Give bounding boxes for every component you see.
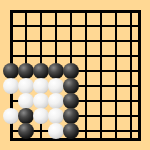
grid-line-vertical: [100, 11, 102, 139]
black-stone: [63, 63, 79, 79]
black-stone: [63, 93, 79, 109]
black-stone: [3, 63, 19, 79]
black-stone: [18, 63, 34, 79]
screenshot-root: [0, 0, 150, 150]
grid-line-horizontal: [11, 40, 139, 42]
white-stone: [18, 78, 34, 94]
white-stone: [33, 93, 49, 109]
black-stone: [63, 123, 79, 139]
white-stone: [3, 78, 19, 94]
grid-line-horizontal: [11, 25, 139, 27]
go-board[interactable]: [0, 0, 150, 150]
white-stone: [48, 108, 64, 124]
white-stone: [3, 108, 19, 124]
black-stone: [48, 63, 64, 79]
grid-line-vertical: [130, 11, 132, 139]
black-stone: [18, 123, 34, 139]
grid-line-vertical: [85, 11, 87, 139]
black-stone: [63, 108, 79, 124]
black-stone: [33, 63, 49, 79]
grid-line-vertical: [115, 11, 117, 139]
white-stone: [18, 93, 34, 109]
black-stone: [18, 108, 34, 124]
white-stone: [48, 93, 64, 109]
white-stone: [33, 108, 49, 124]
black-stone: [63, 78, 79, 94]
white-stone: [48, 123, 64, 139]
white-stone: [48, 78, 64, 94]
white-stone: [33, 78, 49, 94]
grid-line-horizontal: [11, 55, 139, 57]
